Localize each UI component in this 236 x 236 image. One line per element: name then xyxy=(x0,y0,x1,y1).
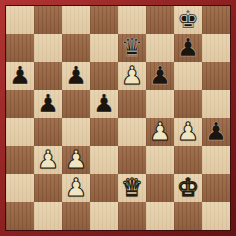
square-c7[interactable] xyxy=(62,34,90,62)
square-f6[interactable]: ♟ xyxy=(146,62,174,90)
square-e2[interactable]: ♛ xyxy=(118,174,146,202)
square-e5[interactable] xyxy=(118,90,146,118)
square-h8[interactable] xyxy=(202,6,230,34)
square-h1[interactable] xyxy=(202,202,230,230)
square-b2[interactable] xyxy=(34,174,62,202)
square-a4[interactable] xyxy=(6,118,34,146)
square-c3[interactable]: ♟ xyxy=(62,146,90,174)
square-b1[interactable] xyxy=(34,202,62,230)
black-pawn-h4[interactable]: ♟ xyxy=(202,118,230,146)
square-a1[interactable] xyxy=(6,202,34,230)
white-queen-e2[interactable]: ♛ xyxy=(118,174,146,202)
square-c5[interactable] xyxy=(62,90,90,118)
square-b7[interactable] xyxy=(34,34,62,62)
square-g3[interactable] xyxy=(174,146,202,174)
square-b8[interactable] xyxy=(34,6,62,34)
square-b4[interactable] xyxy=(34,118,62,146)
square-h5[interactable] xyxy=(202,90,230,118)
square-a7[interactable] xyxy=(6,34,34,62)
square-h3[interactable] xyxy=(202,146,230,174)
square-c2[interactable]: ♟ xyxy=(62,174,90,202)
black-pawn-a6[interactable]: ♟ xyxy=(6,62,34,90)
square-c4[interactable] xyxy=(62,118,90,146)
black-pawn-f6[interactable]: ♟ xyxy=(146,62,174,90)
square-g4[interactable]: ♟ xyxy=(174,118,202,146)
square-e8[interactable] xyxy=(118,6,146,34)
square-f8[interactable] xyxy=(146,6,174,34)
black-pawn-g7[interactable]: ♟ xyxy=(174,34,202,62)
black-queen-e7[interactable]: ♛ xyxy=(118,34,146,62)
square-g7[interactable]: ♟ xyxy=(174,34,202,62)
square-a5[interactable] xyxy=(6,90,34,118)
square-e7[interactable]: ♛ xyxy=(118,34,146,62)
square-e1[interactable] xyxy=(118,202,146,230)
square-h7[interactable] xyxy=(202,34,230,62)
square-b3[interactable]: ♟ xyxy=(34,146,62,174)
square-d6[interactable] xyxy=(90,62,118,90)
white-pawn-b3[interactable]: ♟ xyxy=(34,146,62,174)
square-g6[interactable] xyxy=(174,62,202,90)
square-d7[interactable] xyxy=(90,34,118,62)
black-pawn-b5[interactable]: ♟ xyxy=(34,90,62,118)
square-d1[interactable] xyxy=(90,202,118,230)
square-e3[interactable] xyxy=(118,146,146,174)
chess-board: ♚♛♟♟♟♟♟♟♟♟♟♟♟♟♟♛♚ xyxy=(6,6,230,230)
square-f4[interactable]: ♟ xyxy=(146,118,174,146)
square-a6[interactable]: ♟ xyxy=(6,62,34,90)
square-h6[interactable] xyxy=(202,62,230,90)
square-b5[interactable]: ♟ xyxy=(34,90,62,118)
square-a8[interactable] xyxy=(6,6,34,34)
white-pawn-e6[interactable]: ♟ xyxy=(118,62,146,90)
white-pawn-c3[interactable]: ♟ xyxy=(62,146,90,174)
white-king-g2[interactable]: ♚ xyxy=(174,174,202,202)
square-g8[interactable]: ♚ xyxy=(174,6,202,34)
black-pawn-d5[interactable]: ♟ xyxy=(90,90,118,118)
square-g2[interactable]: ♚ xyxy=(174,174,202,202)
square-f5[interactable] xyxy=(146,90,174,118)
square-h2[interactable] xyxy=(202,174,230,202)
square-a2[interactable] xyxy=(6,174,34,202)
white-pawn-c2[interactable]: ♟ xyxy=(62,174,90,202)
square-d2[interactable] xyxy=(90,174,118,202)
square-f2[interactable] xyxy=(146,174,174,202)
square-h4[interactable]: ♟ xyxy=(202,118,230,146)
square-a3[interactable] xyxy=(6,146,34,174)
square-e4[interactable] xyxy=(118,118,146,146)
square-f1[interactable] xyxy=(146,202,174,230)
black-pawn-c6[interactable]: ♟ xyxy=(62,62,90,90)
square-d8[interactable] xyxy=(90,6,118,34)
square-g1[interactable] xyxy=(174,202,202,230)
board-frame: ♚♛♟♟♟♟♟♟♟♟♟♟♟♟♟♛♚ xyxy=(0,0,236,236)
square-d3[interactable] xyxy=(90,146,118,174)
square-d5[interactable]: ♟ xyxy=(90,90,118,118)
square-f7[interactable] xyxy=(146,34,174,62)
white-pawn-g4[interactable]: ♟ xyxy=(174,118,202,146)
square-c1[interactable] xyxy=(62,202,90,230)
square-c8[interactable] xyxy=(62,6,90,34)
square-c6[interactable]: ♟ xyxy=(62,62,90,90)
square-d4[interactable] xyxy=(90,118,118,146)
square-g5[interactable] xyxy=(174,90,202,118)
square-e6[interactable]: ♟ xyxy=(118,62,146,90)
square-b6[interactable] xyxy=(34,62,62,90)
square-f3[interactable] xyxy=(146,146,174,174)
white-pawn-f4[interactable]: ♟ xyxy=(146,118,174,146)
black-king-g8[interactable]: ♚ xyxy=(174,6,202,34)
